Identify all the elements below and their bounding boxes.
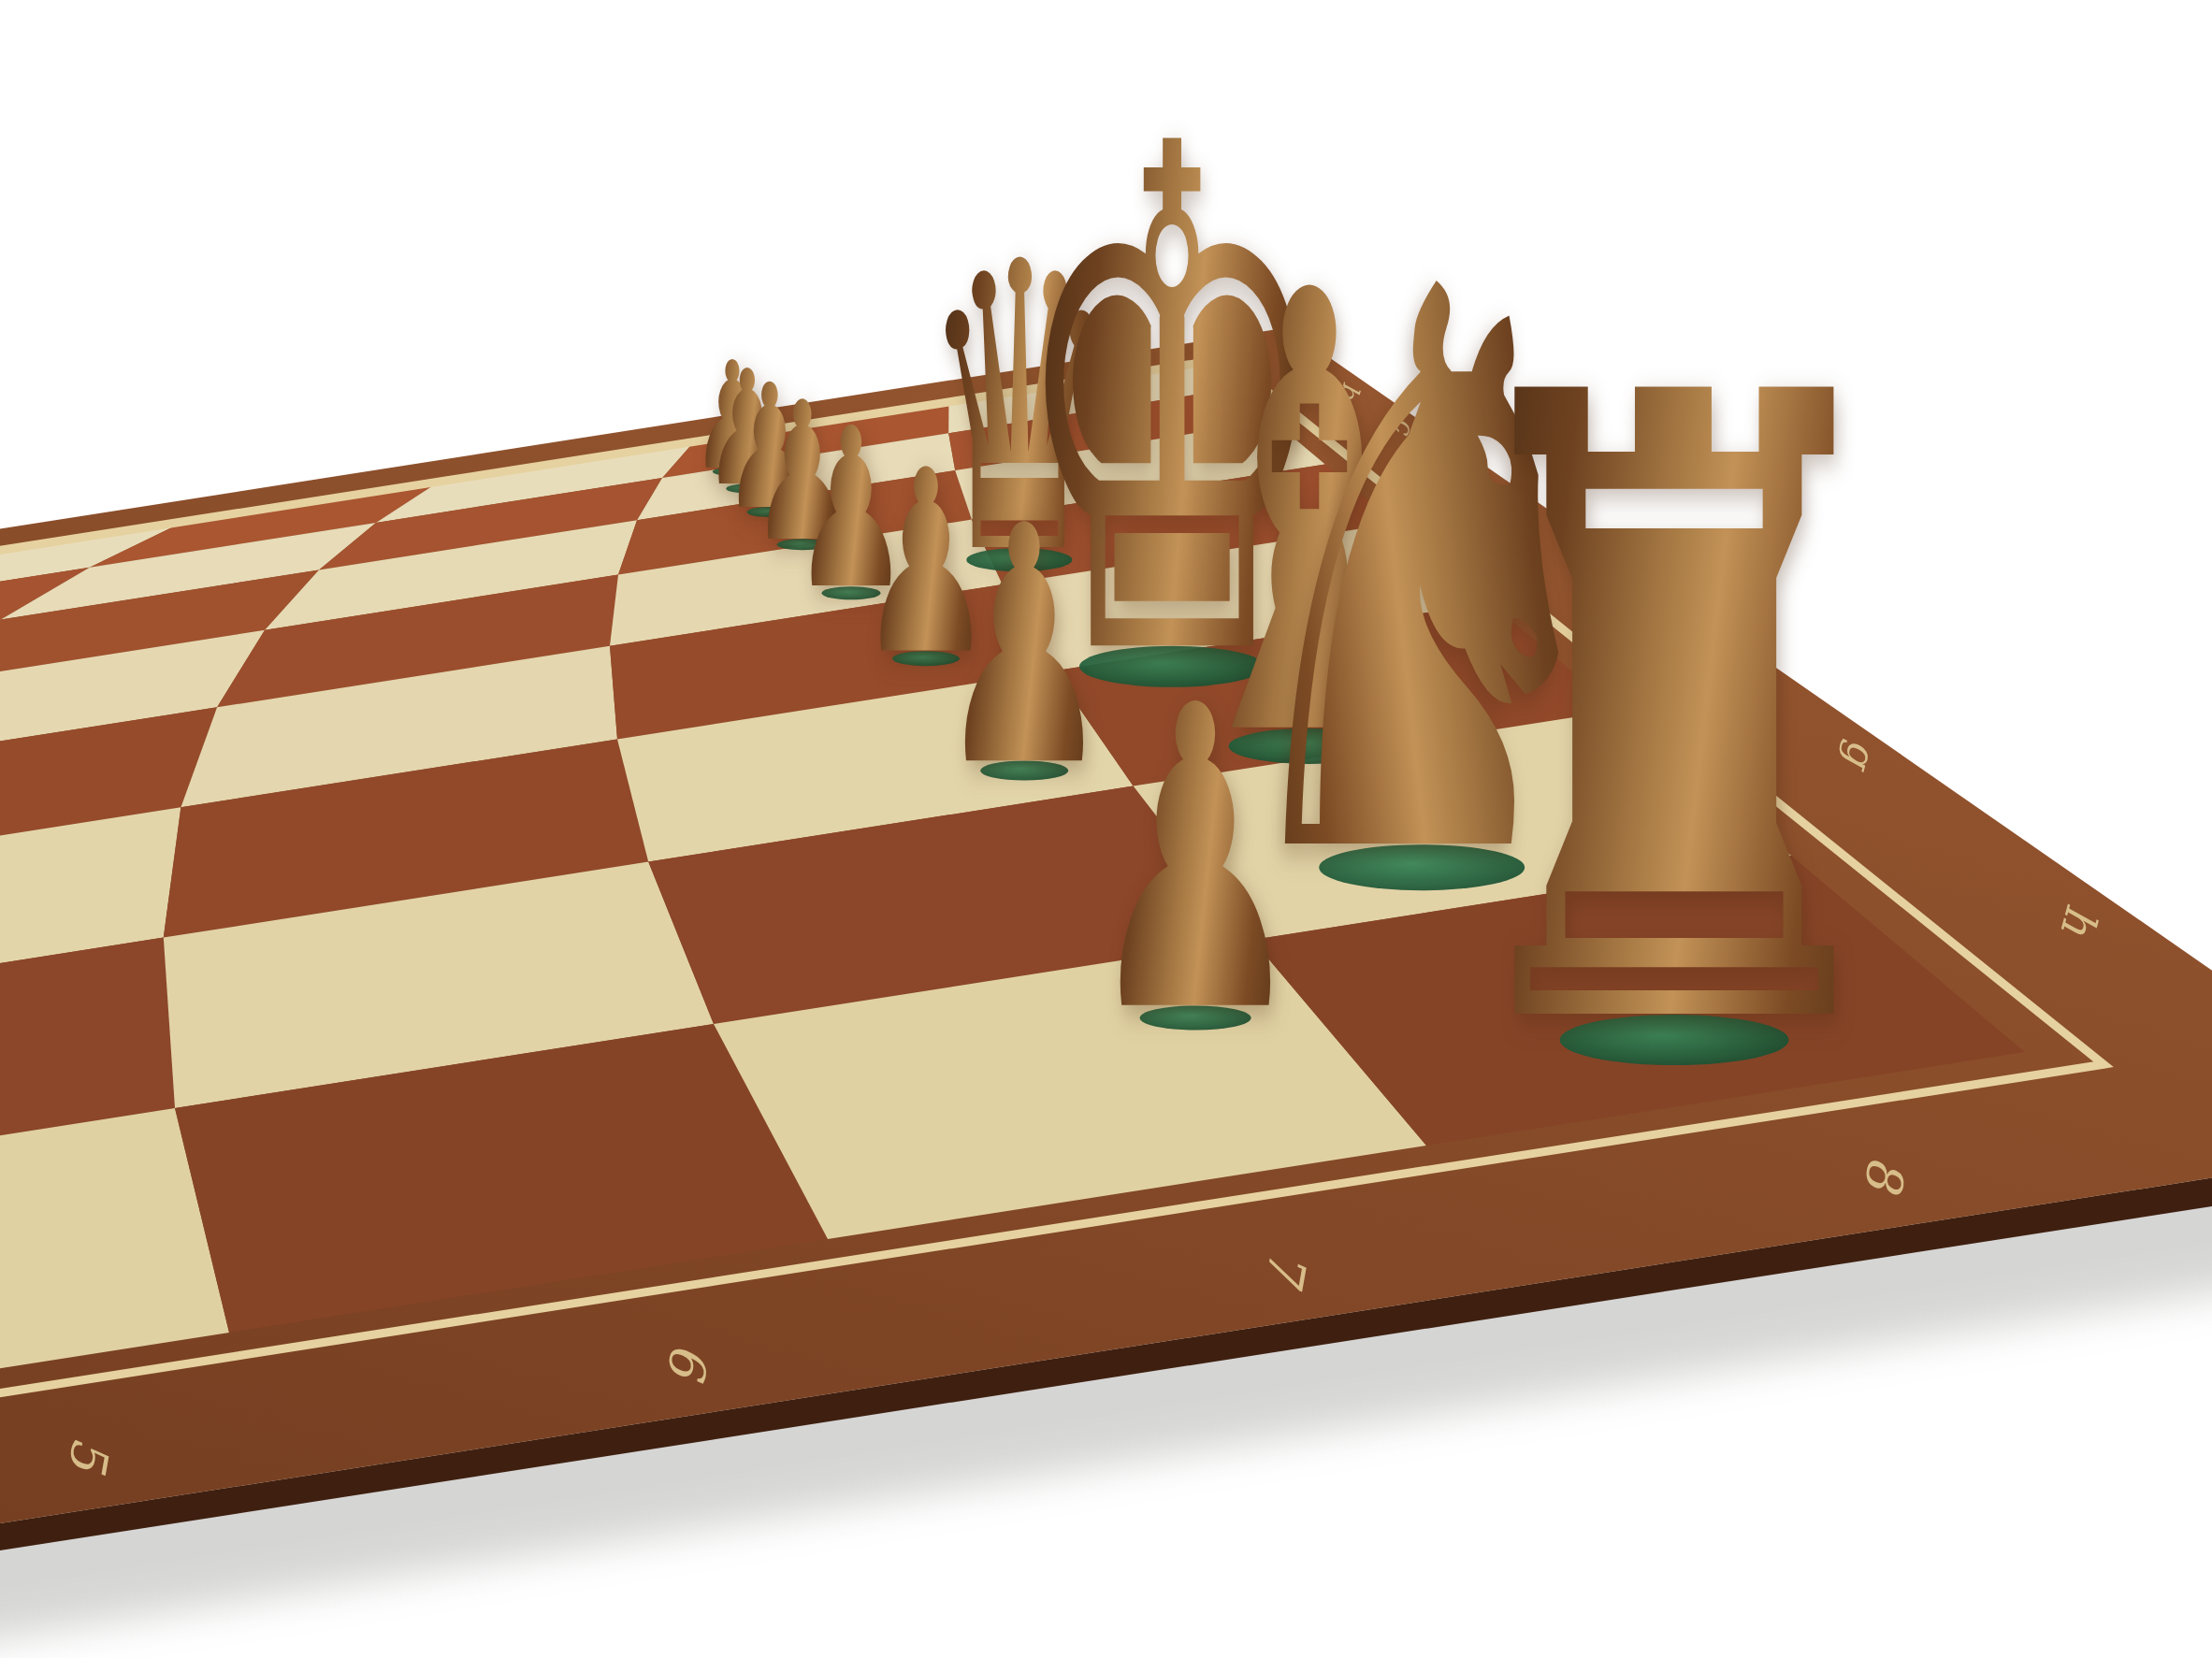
chess-board: 12345678abcdefgh bbox=[0, 0, 2212, 1658]
product-photo: { "game": "chess", "scene": { "descripti… bbox=[0, 0, 2212, 1658]
